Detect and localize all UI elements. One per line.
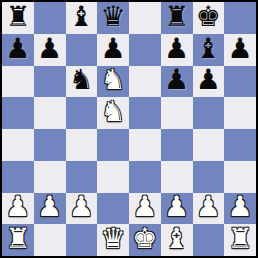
square-g1[interactable]: [193, 224, 225, 256]
white-pawn-piece: ♟: [228, 193, 253, 221]
square-b2[interactable]: ♟: [34, 193, 66, 225]
white-pawn-piece: ♟: [132, 193, 157, 221]
square-f8[interactable]: ♜: [161, 2, 193, 34]
white-pawn-piece: ♟: [164, 193, 189, 221]
square-b5[interactable]: [34, 97, 66, 129]
square-c8[interactable]: ♝: [66, 2, 98, 34]
square-h1[interactable]: ♜: [224, 224, 256, 256]
black-rook-piece: ♜: [5, 3, 30, 31]
square-a7[interactable]: ♟: [2, 34, 34, 66]
white-queen-piece: ♛: [101, 225, 126, 253]
white-knight-piece: ♞: [101, 66, 126, 94]
black-pawn-piece: ♟: [196, 66, 221, 94]
chess-board-frame: ♜♝♛♜♚♟♟♟♟♝♟♞♞♟♟♞♟♟♟♟♟♟♟♜♛♚♝♜: [0, 0, 258, 258]
square-f7[interactable]: ♟: [161, 34, 193, 66]
square-h6[interactable]: [224, 66, 256, 98]
square-h8[interactable]: [224, 2, 256, 34]
white-pawn-piece: ♟: [69, 193, 94, 221]
square-b7[interactable]: ♟: [34, 34, 66, 66]
square-h3[interactable]: [224, 161, 256, 193]
square-e3[interactable]: [129, 161, 161, 193]
square-b6[interactable]: [34, 66, 66, 98]
square-g2[interactable]: ♟: [193, 193, 225, 225]
square-a8[interactable]: ♜: [2, 2, 34, 34]
square-f1[interactable]: ♝: [161, 224, 193, 256]
black-pawn-piece: ♟: [5, 35, 30, 63]
square-c5[interactable]: [66, 97, 98, 129]
square-g8[interactable]: ♚: [193, 2, 225, 34]
black-queen-piece: ♛: [101, 3, 126, 31]
square-d7[interactable]: ♟: [97, 34, 129, 66]
black-bishop-piece: ♝: [69, 3, 94, 31]
black-pawn-piece: ♟: [101, 35, 126, 63]
square-h7[interactable]: ♟: [224, 34, 256, 66]
square-d1[interactable]: ♛: [97, 224, 129, 256]
square-e4[interactable]: [129, 129, 161, 161]
white-rook-piece: ♜: [228, 225, 253, 253]
square-f3[interactable]: [161, 161, 193, 193]
square-c4[interactable]: [66, 129, 98, 161]
square-e7[interactable]: [129, 34, 161, 66]
square-e1[interactable]: ♚: [129, 224, 161, 256]
square-b4[interactable]: [34, 129, 66, 161]
square-h4[interactable]: [224, 129, 256, 161]
square-b1[interactable]: [34, 224, 66, 256]
square-b3[interactable]: [34, 161, 66, 193]
black-knight-piece: ♞: [69, 66, 94, 94]
square-f2[interactable]: ♟: [161, 193, 193, 225]
white-pawn-piece: ♟: [196, 193, 221, 221]
square-f6[interactable]: ♟: [161, 66, 193, 98]
square-d4[interactable]: [97, 129, 129, 161]
square-e6[interactable]: [129, 66, 161, 98]
square-c6[interactable]: ♞: [66, 66, 98, 98]
square-c2[interactable]: ♟: [66, 193, 98, 225]
square-g6[interactable]: ♟: [193, 66, 225, 98]
square-d6[interactable]: ♞: [97, 66, 129, 98]
square-d3[interactable]: [97, 161, 129, 193]
square-f5[interactable]: [161, 97, 193, 129]
square-f4[interactable]: [161, 129, 193, 161]
white-bishop-piece: ♝: [164, 225, 189, 253]
black-rook-piece: ♜: [164, 3, 189, 31]
square-d2[interactable]: [97, 193, 129, 225]
square-a5[interactable]: [2, 97, 34, 129]
square-h2[interactable]: ♟: [224, 193, 256, 225]
square-g4[interactable]: [193, 129, 225, 161]
square-b8[interactable]: [34, 2, 66, 34]
black-pawn-piece: ♟: [228, 35, 253, 63]
black-pawn-piece: ♟: [164, 66, 189, 94]
black-pawn-piece: ♟: [164, 35, 189, 63]
white-rook-piece: ♜: [5, 225, 30, 253]
square-g7[interactable]: ♝: [193, 34, 225, 66]
square-e2[interactable]: ♟: [129, 193, 161, 225]
square-e5[interactable]: [129, 97, 161, 129]
square-a1[interactable]: ♜: [2, 224, 34, 256]
square-h5[interactable]: [224, 97, 256, 129]
square-d8[interactable]: ♛: [97, 2, 129, 34]
square-d5[interactable]: ♞: [97, 97, 129, 129]
white-pawn-piece: ♟: [5, 193, 30, 221]
square-a2[interactable]: ♟: [2, 193, 34, 225]
square-g3[interactable]: [193, 161, 225, 193]
square-c3[interactable]: [66, 161, 98, 193]
white-king-piece: ♚: [132, 225, 157, 253]
black-pawn-piece: ♟: [37, 35, 62, 63]
square-c7[interactable]: [66, 34, 98, 66]
square-a3[interactable]: [2, 161, 34, 193]
square-e8[interactable]: [129, 2, 161, 34]
square-a4[interactable]: [2, 129, 34, 161]
white-pawn-piece: ♟: [37, 193, 62, 221]
square-g5[interactable]: [193, 97, 225, 129]
chess-board: ♜♝♛♜♚♟♟♟♟♝♟♞♞♟♟♞♟♟♟♟♟♟♟♜♛♚♝♜: [2, 2, 256, 256]
white-knight-piece: ♞: [101, 98, 126, 126]
black-bishop-piece: ♝: [196, 35, 221, 63]
square-a6[interactable]: [2, 66, 34, 98]
square-c1[interactable]: [66, 224, 98, 256]
black-king-piece: ♚: [196, 3, 221, 31]
